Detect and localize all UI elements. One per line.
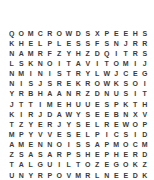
grid-cell-r9c5[interactable]: D	[45, 109, 55, 119]
grid-cell-r3c10[interactable]: D	[93, 48, 103, 58]
grid-cell-r5c12[interactable]: J	[112, 69, 122, 79]
grid-cell-r14c13[interactable]: O	[121, 160, 131, 170]
grid-cell-r3c4[interactable]: R	[36, 48, 46, 58]
grid-cell-r3c2[interactable]: A	[17, 48, 27, 58]
grid-cell-r9c9[interactable]: S	[83, 109, 93, 119]
grid-cell-r11c1[interactable]: M	[7, 129, 17, 139]
grid-cell-r3c8[interactable]: H	[74, 48, 84, 58]
grid-cell-r8c2[interactable]: T	[17, 99, 27, 109]
grid-cell-r6c8[interactable]: K	[74, 79, 84, 89]
grid-cell-r14c2[interactable]: A	[17, 160, 27, 170]
grid-cell-r12c3[interactable]: E	[26, 140, 36, 150]
grid-cell-r13c9[interactable]: H	[83, 150, 93, 160]
grid-cell-r6c1[interactable]: N	[7, 79, 17, 89]
grid-cell-r6c3[interactable]: S	[26, 79, 36, 89]
grid-cell-r15c5[interactable]: P	[45, 170, 55, 180]
grid-cell-r14c12[interactable]: G	[112, 160, 122, 170]
grid-cell-r14c4[interactable]: G	[36, 160, 46, 170]
grid-cell-r10c6[interactable]: J	[55, 119, 65, 129]
grid-cell-r14c6[interactable]: I	[55, 160, 65, 170]
grid-cell-r2c15[interactable]: R	[140, 38, 150, 48]
grid-cell-r7c11[interactable]: N	[102, 89, 112, 99]
grid-cell-r1c7[interactable]: W	[64, 28, 74, 38]
grid-cell-r14c8[interactable]: T	[74, 160, 84, 170]
grid-cell-r13c7[interactable]: P	[64, 150, 74, 160]
grid-cell-r8c5[interactable]: M	[45, 99, 55, 109]
grid-cell-r10c8[interactable]: S	[74, 119, 84, 129]
grid-cell-r15c4[interactable]: R	[36, 170, 46, 180]
grid-cell-r11c14[interactable]: I	[131, 129, 141, 139]
grid-cell-r10c11[interactable]: R	[102, 119, 112, 129]
grid-cell-r15c13[interactable]: E	[121, 170, 131, 180]
grid-cell-r10c4[interactable]: E	[36, 119, 46, 129]
grid-cell-r12c1[interactable]: A	[7, 140, 17, 150]
grid-cell-r13c5[interactable]: A	[45, 150, 55, 160]
grid-cell-r4c1[interactable]: L	[7, 58, 17, 68]
grid-cell-r15c2[interactable]: N	[17, 170, 27, 180]
grid-cell-r7c5[interactable]: A	[45, 89, 55, 99]
grid-cell-r6c11[interactable]: W	[102, 79, 112, 89]
grid-cell-r2c12[interactable]: N	[112, 38, 122, 48]
grid-cell-r14c14[interactable]: K	[131, 160, 141, 170]
grid-cell-r6c14[interactable]: O	[131, 79, 141, 89]
grid-cell-r5c7[interactable]: T	[64, 69, 74, 79]
grid-cell-r2c11[interactable]: S	[102, 38, 112, 48]
grid-cell-r5c11[interactable]: W	[102, 69, 112, 79]
grid-cell-r5c10[interactable]: L	[93, 69, 103, 79]
grid-cell-r4c14[interactable]: I	[131, 58, 141, 68]
grid-cell-r2c5[interactable]: P	[45, 38, 55, 48]
grid-cell-r11c13[interactable]: S	[121, 129, 131, 139]
grid-cell-r12c11[interactable]: P	[102, 140, 112, 150]
grid-cell-r4c6[interactable]: I	[55, 58, 65, 68]
grid-cell-r6c9[interactable]: R	[83, 79, 93, 89]
grid-cell-r9c2[interactable]: I	[17, 109, 27, 119]
grid-cell-r15c9[interactable]: R	[83, 170, 93, 180]
grid-cell-r5c14[interactable]: E	[131, 69, 141, 79]
grid-cell-r4c5[interactable]: O	[45, 58, 55, 68]
grid-cell-r7c4[interactable]: H	[36, 89, 46, 99]
grid-cell-r9c4[interactable]: J	[36, 109, 46, 119]
grid-cell-r10c10[interactable]: L	[93, 119, 103, 129]
grid-cell-r6c2[interactable]: I	[17, 79, 27, 89]
grid-cell-r9c14[interactable]: X	[131, 109, 141, 119]
word-search-grid: QOMCROWDSXPEEHSKHELPLESSFSNJRRNAMRFZYHZD…	[7, 28, 150, 180]
grid-cell-r9c7[interactable]: W	[64, 109, 74, 119]
grid-cell-r8c7[interactable]: H	[64, 99, 74, 109]
grid-cell-r4c8[interactable]: A	[74, 58, 84, 68]
grid-cell-r10c3[interactable]: Y	[26, 119, 36, 129]
grid-cell-r10c14[interactable]: O	[131, 119, 141, 129]
grid-cell-r12c6[interactable]: O	[55, 140, 65, 150]
grid-cell-r10c12[interactable]: E	[112, 119, 122, 129]
grid-cell-r8c10[interactable]: E	[93, 99, 103, 109]
grid-cell-r1c4[interactable]: C	[36, 28, 46, 38]
grid-cell-r11c3[interactable]: Y	[26, 129, 36, 139]
grid-cell-r4c12[interactable]: O	[112, 58, 122, 68]
grid-cell-r3c3[interactable]: M	[26, 48, 36, 58]
grid-cell-r9c8[interactable]: Y	[74, 109, 84, 119]
word-search-puzzle: QOMCROWDSXPEEHSKHELPLESSFSNJRRNAMRFZYHZD…	[0, 0, 154, 180]
grid-cell-r11c9[interactable]: L	[83, 129, 93, 139]
grid-cell-r8c8[interactable]: U	[74, 99, 84, 109]
grid-cell-r9c3[interactable]: R	[26, 109, 36, 119]
grid-cell-r8c11[interactable]: S	[102, 99, 112, 109]
grid-cell-r4c13[interactable]: M	[121, 58, 131, 68]
grid-cell-r6c12[interactable]: K	[112, 79, 122, 89]
grid-cell-r5c1[interactable]: N	[7, 69, 17, 79]
grid-cell-r3c13[interactable]: T	[121, 48, 131, 58]
grid-cell-r6c10[interactable]: O	[93, 79, 103, 89]
grid-cell-r11c8[interactable]: E	[74, 129, 84, 139]
grid-cell-r8c12[interactable]: P	[112, 99, 122, 109]
grid-cell-r15c3[interactable]: Y	[26, 170, 36, 180]
grid-cell-r12c9[interactable]: S	[83, 140, 93, 150]
grid-cell-r7c9[interactable]: Z	[83, 89, 93, 99]
grid-cell-r6c6[interactable]: R	[55, 79, 65, 89]
grid-cell-r5c6[interactable]: S	[55, 69, 65, 79]
grid-cell-r13c8[interactable]: S	[74, 150, 84, 160]
grid-cell-r2c1[interactable]: K	[7, 38, 17, 48]
grid-cell-r9c6[interactable]: A	[55, 109, 65, 119]
grid-cell-r2c6[interactable]: L	[55, 38, 65, 48]
grid-cell-r15c1[interactable]: U	[7, 170, 17, 180]
grid-cell-r8c13[interactable]: K	[121, 99, 131, 109]
grid-cell-r7c3[interactable]: B	[26, 89, 36, 99]
grid-cell-r1c6[interactable]: O	[55, 28, 65, 38]
grid-cell-r12c15[interactable]: M	[140, 140, 150, 150]
grid-cell-r2c4[interactable]: L	[36, 38, 46, 48]
grid-cell-r14c7[interactable]: L	[64, 160, 74, 170]
grid-cell-r2c13[interactable]: J	[121, 38, 131, 48]
grid-cell-r1c3[interactable]: M	[26, 28, 36, 38]
grid-cell-r12c7[interactable]: I	[64, 140, 74, 150]
grid-cell-r11c10[interactable]: P	[93, 129, 103, 139]
grid-cell-r12c14[interactable]: C	[131, 140, 141, 150]
grid-cell-r13c12[interactable]: H	[112, 150, 122, 160]
grid-cell-r5c15[interactable]: G	[140, 69, 150, 79]
grid-cell-r4c11[interactable]: T	[102, 58, 112, 68]
grid-cell-r4c4[interactable]: N	[36, 58, 46, 68]
grid-cell-r11c4[interactable]: V	[36, 129, 46, 139]
grid-cell-r1c15[interactable]: S	[140, 28, 150, 38]
grid-cell-r7c14[interactable]: I	[131, 89, 141, 99]
grid-cell-r14c5[interactable]: U	[45, 160, 55, 170]
grid-cell-r4c15[interactable]: J	[140, 58, 150, 68]
grid-cell-r1c10[interactable]: X	[93, 28, 103, 38]
grid-cell-r10c2[interactable]: Z	[17, 119, 27, 129]
grid-cell-r11c5[interactable]: V	[45, 129, 55, 139]
grid-cell-r9c1[interactable]: K	[7, 109, 17, 119]
grid-cell-r7c1[interactable]: Y	[7, 89, 17, 99]
grid-cell-r11c2[interactable]: P	[17, 129, 27, 139]
grid-cell-r14c10[interactable]: Z	[93, 160, 103, 170]
grid-cell-r6c5[interactable]: S	[45, 79, 55, 89]
grid-cell-r4c7[interactable]: T	[64, 58, 74, 68]
grid-cell-r6c4[interactable]: J	[36, 79, 46, 89]
grid-cell-r12c4[interactable]: N	[36, 140, 46, 150]
grid-cell-r1c1[interactable]: Q	[7, 28, 17, 38]
grid-cell-r11c12[interactable]: C	[112, 129, 122, 139]
grid-cell-r1c5[interactable]: R	[45, 28, 55, 38]
grid-cell-r3c12[interactable]: I	[112, 48, 122, 58]
grid-cell-r3c1[interactable]: N	[7, 48, 17, 58]
grid-cell-r5c5[interactable]: I	[45, 69, 55, 79]
grid-cell-r7c8[interactable]: R	[74, 89, 84, 99]
grid-cell-r6c15[interactable]: I	[140, 79, 150, 89]
grid-cell-r13c11[interactable]: P	[102, 150, 112, 160]
grid-cell-r7c7[interactable]: N	[64, 89, 74, 99]
grid-cell-r14c15[interactable]: Z	[140, 160, 150, 170]
grid-cell-r4c2[interactable]: S	[17, 58, 27, 68]
grid-cell-r3c7[interactable]: Y	[64, 48, 74, 58]
grid-cell-r8c9[interactable]: U	[83, 99, 93, 109]
grid-cell-r2c7[interactable]: E	[64, 38, 74, 48]
grid-cell-r15c14[interactable]: D	[131, 170, 141, 180]
grid-cell-r5c9[interactable]: Y	[83, 69, 93, 79]
grid-cell-r9c15[interactable]: V	[140, 109, 150, 119]
grid-cell-r3c11[interactable]: Q	[102, 48, 112, 58]
grid-cell-r3c15[interactable]: S	[140, 48, 150, 58]
grid-cell-r15c7[interactable]: V	[64, 170, 74, 180]
grid-cell-r13c2[interactable]: S	[17, 150, 27, 160]
grid-cell-r7c6[interactable]: A	[55, 89, 65, 99]
grid-cell-r8c3[interactable]: T	[26, 99, 36, 109]
grid-cell-r11c15[interactable]: D	[140, 129, 150, 139]
grid-cell-r13c4[interactable]: S	[36, 150, 46, 160]
grid-cell-r13c1[interactable]: Z	[7, 150, 17, 160]
grid-cell-r11c7[interactable]: S	[64, 129, 74, 139]
grid-cell-r15c10[interactable]: L	[93, 170, 103, 180]
grid-cell-r5c8[interactable]: R	[74, 69, 84, 79]
grid-cell-r9c12[interactable]: B	[112, 109, 122, 119]
grid-cell-r4c3[interactable]: K	[26, 58, 36, 68]
grid-cell-r2c2[interactable]: H	[17, 38, 27, 48]
grid-cell-r3c14[interactable]: R	[131, 48, 141, 58]
grid-cell-r1c8[interactable]: D	[74, 28, 84, 38]
grid-cell-r15c6[interactable]: O	[55, 170, 65, 180]
grid-cell-r9c11[interactable]: E	[102, 109, 112, 119]
grid-cell-r10c9[interactable]: E	[83, 119, 93, 129]
grid-cell-r6c13[interactable]: S	[121, 79, 131, 89]
grid-cell-r7c13[interactable]: S	[121, 89, 131, 99]
grid-cell-r5c13[interactable]: C	[121, 69, 131, 79]
grid-cell-r15c8[interactable]: M	[74, 170, 84, 180]
grid-cell-r13c3[interactable]: A	[26, 150, 36, 160]
grid-cell-r13c13[interactable]: E	[121, 150, 131, 160]
grid-cell-r2c10[interactable]: F	[93, 38, 103, 48]
grid-cell-r12c5[interactable]: N	[45, 140, 55, 150]
grid-cell-r10c7[interactable]: Y	[64, 119, 74, 129]
grid-cell-r13c6[interactable]: R	[55, 150, 65, 160]
grid-cell-r5c4[interactable]: N	[36, 69, 46, 79]
grid-cell-r2c3[interactable]: E	[26, 38, 36, 48]
grid-cell-r15c11[interactable]: N	[102, 170, 112, 180]
grid-cell-r6c7[interactable]: E	[64, 79, 74, 89]
grid-cell-r10c1[interactable]: T	[7, 119, 17, 129]
grid-cell-r3c6[interactable]: Z	[55, 48, 65, 58]
grid-cell-r7c15[interactable]: T	[140, 89, 150, 99]
grid-cell-r1c13[interactable]: E	[121, 28, 131, 38]
grid-cell-r9c10[interactable]: E	[93, 109, 103, 119]
grid-cell-r7c10[interactable]: D	[93, 89, 103, 99]
grid-cell-r7c12[interactable]: U	[112, 89, 122, 99]
grid-cell-r8c14[interactable]: T	[131, 99, 141, 109]
grid-cell-r14c3[interactable]: L	[26, 160, 36, 170]
grid-cell-r12c2[interactable]: M	[17, 140, 27, 150]
grid-cell-r4c10[interactable]: I	[93, 58, 103, 68]
grid-cell-r10c13[interactable]: W	[121, 119, 131, 129]
grid-cell-r11c11[interactable]: I	[102, 129, 112, 139]
grid-cell-r15c12[interactable]: E	[112, 170, 122, 180]
grid-cell-r14c11[interactable]: E	[102, 160, 112, 170]
grid-cell-r14c9[interactable]: O	[83, 160, 93, 170]
grid-cell-r12c13[interactable]: O	[121, 140, 131, 150]
grid-cell-r10c5[interactable]: R	[45, 119, 55, 129]
grid-cell-r2c9[interactable]: S	[83, 38, 93, 48]
grid-cell-r15c15[interactable]: K	[140, 170, 150, 180]
grid-cell-r10c15[interactable]: P	[140, 119, 150, 129]
grid-cell-r3c5[interactable]: F	[45, 48, 55, 58]
grid-cell-r13c15[interactable]: D	[140, 150, 150, 160]
grid-cell-r7c2[interactable]: R	[17, 89, 27, 99]
grid-cell-r5c3[interactable]: I	[26, 69, 36, 79]
grid-cell-r9c13[interactable]: N	[121, 109, 131, 119]
grid-cell-r2c14[interactable]: R	[131, 38, 141, 48]
grid-cell-r1c14[interactable]: H	[131, 28, 141, 38]
grid-cell-r12c8[interactable]: S	[74, 140, 84, 150]
grid-cell-r13c10[interactable]: E	[93, 150, 103, 160]
grid-cell-r12c10[interactable]: A	[93, 140, 103, 150]
grid-cell-r5c2[interactable]: M	[17, 69, 27, 79]
grid-cell-r8c1[interactable]: J	[7, 99, 17, 109]
grid-cell-r8c6[interactable]: E	[55, 99, 65, 109]
grid-cell-r12c12[interactable]: M	[112, 140, 122, 150]
grid-cell-r8c15[interactable]: H	[140, 99, 150, 109]
grid-cell-r1c11[interactable]: P	[102, 28, 112, 38]
grid-cell-r2c8[interactable]: S	[74, 38, 84, 48]
grid-cell-r8c4[interactable]: I	[36, 99, 46, 109]
grid-cell-r1c9[interactable]: S	[83, 28, 93, 38]
grid-cell-r14c1[interactable]: T	[7, 160, 17, 170]
grid-cell-r11c6[interactable]: E	[55, 129, 65, 139]
grid-cell-r4c9[interactable]: V	[83, 58, 93, 68]
grid-cell-r3c9[interactable]: Z	[83, 48, 93, 58]
grid-cell-r13c14[interactable]: R	[131, 150, 141, 160]
grid-cell-r1c12[interactable]: E	[112, 28, 122, 38]
grid-cell-r1c2[interactable]: O	[17, 28, 27, 38]
